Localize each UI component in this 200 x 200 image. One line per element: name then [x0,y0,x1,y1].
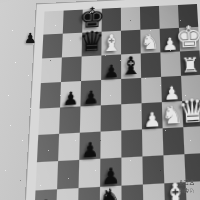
square-r6c8 [183,126,200,154]
square-r8c3 [78,187,100,200]
square-r1c5 [121,7,140,31]
film-dust-specks [0,0,1,1]
square-r2c4 [101,31,121,56]
square-r8c1 [34,189,57,200]
square-r2c2 [62,33,82,58]
film-dark-specks [0,0,1,1]
square-r5c5 [121,103,142,130]
captured-black-pawn: ♟ [24,30,37,46]
square-r4c5 [121,78,141,104]
square-r4c8 [181,75,200,101]
square-r1c1 [43,11,63,35]
square-r2c6 [140,29,160,54]
square-r4c3 [80,80,101,106]
square-r7c1 [36,161,59,190]
square-r1c8 [178,4,198,28]
square-r5c6 [142,102,163,129]
square-r8c6 [143,183,165,200]
square-r7c8 [184,153,200,182]
square-r6c4 [100,130,121,158]
square-r4c4 [101,79,121,105]
square-r4c1 [40,82,61,109]
square-r4c2 [60,81,81,107]
square-r1c4 [102,8,121,32]
square-r8c4 [100,186,122,200]
square-r7c3 [79,159,101,188]
square-r2c1 [42,34,63,59]
square-r3c1 [41,57,62,83]
square-r3c2 [61,56,82,82]
square-r5c3 [80,105,101,132]
square-r7c6 [142,155,164,184]
chessboard-photo: ♚♛♟♝♟♟♟♟♟♞♝♞♟♚♜♟♟♞♛♝ ♟ ♙♖♙ ♘♔♘ [0,0,200,200]
square-r4c7 [161,76,182,102]
square-r8c2 [56,188,79,200]
square-r7c5 [121,156,143,185]
square-r6c7 [163,127,185,155]
square-r1c7 [159,5,179,29]
square-r2c3 [82,32,102,57]
board: ♚♛♟♝♟♟♟♟♟♞♝♞♟♚♜♟♟♞♛♝ [34,4,200,200]
square-r2c7 [160,28,180,53]
square-r1c2 [63,10,83,34]
watermark-crest: ♙♖♙ ♘♔♘ [175,179,197,195]
watermark-crest-row: ♘♔♘ [175,187,197,195]
square-r7c2 [57,160,79,189]
square-r5c7 [162,101,183,128]
square-r2c5 [121,30,141,55]
square-r3c5 [121,53,141,79]
square-r3c4 [101,54,121,80]
square-r3c8 [180,50,200,75]
square-r5c1 [38,108,60,135]
square-r4c6 [141,77,162,103]
square-r6c3 [79,132,100,160]
watermark-crest-row: ♙♖♙ [175,179,197,187]
square-r5c8 [182,100,200,127]
square-r6c1 [37,134,59,162]
square-r3c3 [81,55,101,81]
square-r8c5 [121,185,143,200]
square-r7c4 [100,158,121,187]
square-r6c2 [58,133,80,161]
square-r5c2 [59,106,80,133]
square-r6c5 [121,129,142,157]
square-r3c6 [141,52,161,77]
board-frame: ♚♛♟♝♟♟♟♟♟♞♝♞♟♚♜♟♟♞♛♝ [21,0,200,200]
square-r1c3 [82,9,102,33]
square-r3c7 [160,51,181,76]
square-r2c8 [179,27,200,52]
square-r1c6 [140,6,160,30]
square-r5c4 [101,104,122,131]
square-r6c6 [142,128,163,156]
